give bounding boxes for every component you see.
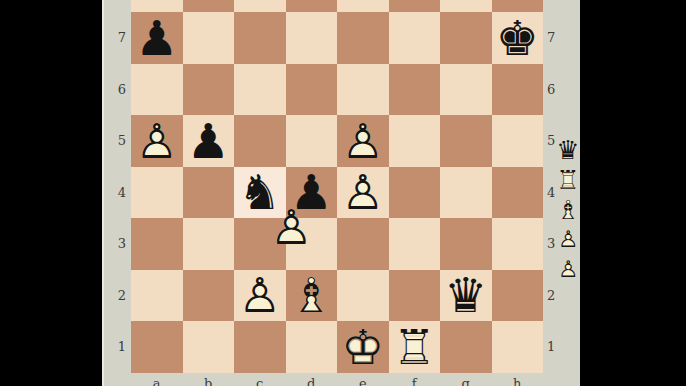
square-a6[interactable] xyxy=(131,64,183,116)
chessboard-panel: ♟♚♟♙♟♟♙♞♟♟♙♟♙♟♙♝♗♛♚♔♜♖ 77665544332211abc… xyxy=(102,0,580,386)
piece-white-pawn[interactable]: ♟♙ xyxy=(236,271,284,319)
square-f2[interactable] xyxy=(389,270,441,322)
square-g4[interactable] xyxy=(440,167,492,219)
square-f7[interactable] xyxy=(389,12,441,64)
piece-black-pawn[interactable]: ♟ xyxy=(133,14,181,62)
square-a1[interactable] xyxy=(131,321,183,373)
square-f4[interactable] xyxy=(389,167,441,219)
queen-icon: ♛ xyxy=(556,137,579,163)
square-g7[interactable] xyxy=(440,12,492,64)
rank-label-1-right: 1 xyxy=(547,337,565,357)
captured-piece-black-queen: ♛ xyxy=(553,135,583,165)
chess-board[interactable]: ♟♚♟♙♟♟♙♞♟♟♙♟♙♟♙♝♗♛♚♔♜♖ xyxy=(131,0,543,373)
square-e1[interactable]: ♚♔ xyxy=(337,321,389,373)
square-b3[interactable] xyxy=(183,218,235,270)
square-f6[interactable] xyxy=(389,64,441,116)
file-label-g: g xyxy=(456,377,476,386)
square-d5[interactable] xyxy=(286,115,338,167)
square-b6[interactable] xyxy=(183,64,235,116)
pawn-outline-icon: ♙ xyxy=(558,258,579,281)
pawn-outline-icon: ♙ xyxy=(341,117,384,165)
square-e3[interactable] xyxy=(337,218,389,270)
square-f3[interactable] xyxy=(389,218,441,270)
square-g6[interactable] xyxy=(440,64,492,116)
rank-label-6-left: 6 xyxy=(104,80,126,100)
piece-black-king[interactable]: ♚ xyxy=(493,14,541,62)
letterbox-right xyxy=(580,0,686,386)
rook-outline-icon: ♖ xyxy=(393,323,436,371)
pawn-outline-icon: ♙ xyxy=(270,203,313,251)
video-frame: ♟♚♟♙♟♟♙♞♟♟♙♟♙♟♙♝♗♛♚♔♜♖ 77665544332211abc… xyxy=(0,0,686,386)
bishop-outline-icon: ♗ xyxy=(556,197,579,223)
square-e5[interactable]: ♟♙ xyxy=(337,115,389,167)
square-c5[interactable] xyxy=(234,115,286,167)
captured-piece-white-rook: ♜♖ xyxy=(553,165,583,195)
queen-icon: ♛ xyxy=(444,271,487,319)
pawn-outline-icon: ♙ xyxy=(238,271,281,319)
pawn-outline-icon: ♙ xyxy=(558,228,579,251)
file-label-f: f xyxy=(404,377,424,386)
piece-white-pawn[interactable]: ♟♙ xyxy=(267,203,315,251)
rank-label-7-right: 7 xyxy=(547,28,565,48)
square-h1[interactable] xyxy=(492,321,544,373)
square-b7[interactable] xyxy=(183,12,235,64)
square-g1[interactable] xyxy=(440,321,492,373)
square-c2[interactable]: ♟♙ xyxy=(234,270,286,322)
square-b2[interactable] xyxy=(183,270,235,322)
square-b1[interactable] xyxy=(183,321,235,373)
square-e7[interactable] xyxy=(337,12,389,64)
piece-black-queen[interactable]: ♛ xyxy=(442,271,490,319)
letterbox-left xyxy=(0,0,102,386)
piece-black-pawn[interactable]: ♟ xyxy=(184,117,232,165)
piece-white-bishop[interactable]: ♝♗ xyxy=(287,271,335,319)
square-g5[interactable] xyxy=(440,115,492,167)
square-a4[interactable] xyxy=(131,167,183,219)
square-h7[interactable]: ♚ xyxy=(492,12,544,64)
captured-piece-white-pawn: ♟♙ xyxy=(553,224,583,254)
rank-label-6-right: 6 xyxy=(547,80,565,100)
file-label-c: c xyxy=(250,377,270,386)
rank-label-4-left: 4 xyxy=(104,183,126,203)
square-h5[interactable] xyxy=(492,115,544,167)
square-d6[interactable] xyxy=(286,64,338,116)
square-h6[interactable] xyxy=(492,64,544,116)
square-d7[interactable] xyxy=(286,12,338,64)
pawn-outline-icon: ♙ xyxy=(135,117,178,165)
rook-outline-icon: ♖ xyxy=(556,167,579,193)
square-a2[interactable] xyxy=(131,270,183,322)
king-outline-icon: ♔ xyxy=(341,323,384,371)
piece-white-pawn[interactable]: ♟♙ xyxy=(133,117,181,165)
square-d3[interactable]: ♟♙ xyxy=(286,218,338,270)
rank-label-2-left: 2 xyxy=(104,286,126,306)
file-label-b: b xyxy=(198,377,218,386)
square-h4[interactable] xyxy=(492,167,544,219)
square-a7[interactable]: ♟ xyxy=(131,12,183,64)
piece-white-pawn[interactable]: ♟♙ xyxy=(339,168,387,216)
rank-label-1-left: 1 xyxy=(104,337,126,357)
square-f8[interactable] xyxy=(389,0,441,12)
square-b5[interactable]: ♟ xyxy=(183,115,235,167)
square-b8[interactable] xyxy=(183,0,235,12)
rank-label-2-right: 2 xyxy=(547,286,565,306)
piece-white-rook[interactable]: ♜♖ xyxy=(390,323,438,371)
file-label-e: e xyxy=(353,377,373,386)
rank-label-5-left: 5 xyxy=(104,131,126,151)
captured-piece-white-bishop: ♝♗ xyxy=(553,195,583,225)
square-c8[interactable] xyxy=(234,0,286,12)
file-label-a: a xyxy=(147,377,167,386)
square-h3[interactable] xyxy=(492,218,544,270)
square-e6[interactable] xyxy=(337,64,389,116)
piece-white-pawn[interactable]: ♟♙ xyxy=(339,117,387,165)
file-label-d: d xyxy=(301,377,321,386)
rank-label-3-left: 3 xyxy=(104,234,126,254)
square-e8[interactable] xyxy=(337,0,389,12)
square-g3[interactable] xyxy=(440,218,492,270)
square-g8[interactable] xyxy=(440,0,492,12)
king-icon: ♚ xyxy=(496,14,539,62)
file-label-h: h xyxy=(507,377,527,386)
pawn-icon: ♟ xyxy=(187,117,230,165)
square-e4[interactable]: ♟♙ xyxy=(337,167,389,219)
pawn-icon: ♟ xyxy=(135,14,178,62)
square-g2[interactable]: ♛ xyxy=(440,270,492,322)
square-c1[interactable] xyxy=(234,321,286,373)
square-e2[interactable] xyxy=(337,270,389,322)
rank-label-7-left: 7 xyxy=(104,28,126,48)
square-c7[interactable] xyxy=(234,12,286,64)
pawn-outline-icon: ♙ xyxy=(341,168,384,216)
square-c6[interactable] xyxy=(234,64,286,116)
square-d1[interactable] xyxy=(286,321,338,373)
square-f5[interactable] xyxy=(389,115,441,167)
piece-white-king[interactable]: ♚♔ xyxy=(339,323,387,371)
bishop-outline-icon: ♗ xyxy=(290,271,333,319)
square-f1[interactable]: ♜♖ xyxy=(389,321,441,373)
square-d2[interactable]: ♝♗ xyxy=(286,270,338,322)
square-d8[interactable] xyxy=(286,0,338,12)
square-a3[interactable] xyxy=(131,218,183,270)
square-b4[interactable] xyxy=(183,167,235,219)
square-h2[interactable] xyxy=(492,270,544,322)
captured-piece-white-pawn: ♟♙ xyxy=(553,254,583,284)
square-a5[interactable]: ♟♙ xyxy=(131,115,183,167)
